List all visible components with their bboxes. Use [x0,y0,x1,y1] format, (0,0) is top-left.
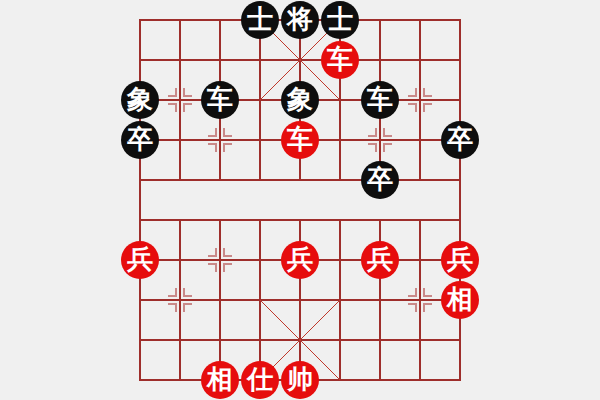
piece-red-chariot[interactable]: 车 [321,41,359,79]
piece-glyph: 将 [287,6,313,32]
piece-glyph: 车 [207,86,233,112]
piece-glyph: 仕 [247,366,273,392]
piece-red-soldier[interactable]: 兵 [121,241,159,279]
piece-glyph: 帅 [287,366,313,392]
piece-glyph: 士 [247,6,273,32]
pieces-layer: 士将士车象车象车卒车卒卒兵兵兵兵相相仕帅 [120,0,480,400]
piece-glyph: 车 [287,126,313,152]
piece-black-elephant[interactable]: 象 [121,81,159,119]
piece-black-general[interactable]: 将 [281,1,319,39]
piece-glyph: 兵 [287,246,313,272]
piece-black-soldier[interactable]: 卒 [441,121,479,159]
piece-red-chariot[interactable]: 车 [281,121,319,159]
piece-red-advisor[interactable]: 仕 [241,361,279,399]
piece-red-soldier[interactable]: 兵 [441,241,479,279]
piece-red-elephant[interactable]: 相 [201,361,239,399]
piece-red-soldier[interactable]: 兵 [281,241,319,279]
piece-glyph: 兵 [367,246,393,272]
piece-glyph: 卒 [447,126,473,152]
piece-glyph: 车 [367,86,393,112]
piece-glyph: 兵 [447,246,473,272]
piece-glyph: 象 [287,86,313,112]
piece-red-general[interactable]: 帅 [281,361,319,399]
piece-black-chariot[interactable]: 车 [201,81,239,119]
piece-glyph: 相 [447,286,473,312]
piece-black-soldier[interactable]: 卒 [361,161,399,199]
piece-black-advisor[interactable]: 士 [241,1,279,39]
piece-glyph: 卒 [367,166,393,192]
piece-black-elephant[interactable]: 象 [281,81,319,119]
piece-glyph: 兵 [127,246,153,272]
xiangqi-diagram: 士将士车象车象车卒车卒卒兵兵兵兵相相仕帅 [0,0,600,400]
piece-red-elephant[interactable]: 相 [441,281,479,319]
piece-glyph: 卒 [127,126,153,152]
piece-black-soldier[interactable]: 卒 [121,121,159,159]
piece-glyph: 士 [327,6,353,32]
piece-red-soldier[interactable]: 兵 [361,241,399,279]
piece-black-advisor[interactable]: 士 [321,1,359,39]
piece-black-chariot[interactable]: 车 [361,81,399,119]
piece-glyph: 车 [327,46,353,72]
piece-glyph: 相 [207,366,233,392]
piece-glyph: 象 [127,86,153,112]
